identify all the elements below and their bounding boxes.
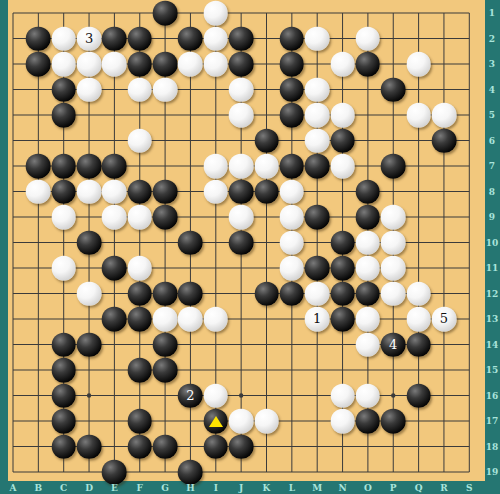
- stone-J8-black: [229, 179, 254, 204]
- stone-O9-black: [356, 205, 381, 230]
- stone-M7-black: [305, 154, 330, 179]
- stone-L5-black: [280, 103, 305, 128]
- stone-K6-black: [254, 128, 279, 153]
- stone-Q13-white: [406, 307, 431, 332]
- stone-I7-white: [204, 154, 229, 179]
- stone-I18-black: [204, 434, 229, 459]
- stone-K7-white: [254, 154, 279, 179]
- stone-P12-white: [381, 281, 406, 306]
- stone-R5-white: [432, 103, 457, 128]
- stone-O11-white: [356, 256, 381, 281]
- stone-C9-white: [51, 205, 76, 230]
- stone-Q14-black: [406, 332, 431, 357]
- stone-O13-white: [356, 307, 381, 332]
- stone-H3-white: [178, 52, 203, 77]
- stone-G12-black: [153, 281, 178, 306]
- stone-R6-black: [432, 128, 457, 153]
- stone-N11-black: [330, 256, 355, 281]
- stone-J9-white: [229, 205, 254, 230]
- stone-K12-black: [254, 281, 279, 306]
- stone-C2-white: [51, 26, 76, 51]
- stone-H12-black: [178, 281, 203, 306]
- stone-N17-white: [330, 409, 355, 434]
- stone-N13-black: [330, 307, 355, 332]
- go-app-screenshot: 12345 ABCDEFGHIJKLMNOPQRS123456789101112…: [0, 0, 500, 494]
- stone-L9-white: [280, 205, 305, 230]
- stone-H10-black: [178, 230, 203, 255]
- stone-H13-white: [178, 307, 203, 332]
- stone-L8-white: [280, 179, 305, 204]
- stone-M13-white: [305, 307, 330, 332]
- stone-F13-black: [127, 307, 152, 332]
- stone-E7-black: [102, 154, 127, 179]
- stone-H19-black: [178, 460, 203, 485]
- stone-Q16-black: [406, 383, 431, 408]
- stone-E13-black: [102, 307, 127, 332]
- stone-C17-black: [51, 409, 76, 434]
- stone-D10-black: [77, 230, 102, 255]
- stone-F3-black: [127, 52, 152, 77]
- stone-D14-black: [77, 332, 102, 357]
- stone-B3-black: [26, 52, 51, 77]
- stone-F18-black: [127, 434, 152, 459]
- stone-G8-black: [153, 179, 178, 204]
- stone-P11-white: [381, 256, 406, 281]
- stone-L12-black: [280, 281, 305, 306]
- stone-O10-white: [356, 230, 381, 255]
- stone-F6-white: [127, 128, 152, 153]
- stone-E19-black: [102, 460, 127, 485]
- stone-M5-white: [305, 103, 330, 128]
- stone-O12-black: [356, 281, 381, 306]
- stone-E3-white: [102, 52, 127, 77]
- stone-I3-white: [204, 52, 229, 77]
- stone-M9-black: [305, 205, 330, 230]
- stone-G13-white: [153, 307, 178, 332]
- stone-L4-black: [280, 77, 305, 102]
- stone-J10-black: [229, 230, 254, 255]
- stone-D18-black: [77, 434, 102, 459]
- stone-F4-white: [127, 77, 152, 102]
- stone-L3-black: [280, 52, 305, 77]
- stone-F11-white: [127, 256, 152, 281]
- go-board[interactable]: 12345: [0, 0, 500, 494]
- stone-F9-white: [127, 205, 152, 230]
- stone-J18-black: [229, 434, 254, 459]
- stone-G15-black: [153, 358, 178, 383]
- stone-G1-black: [153, 1, 178, 26]
- stone-I1-white: [204, 1, 229, 26]
- stone-I8-white: [204, 179, 229, 204]
- stone-D4-white: [77, 77, 102, 102]
- stone-J2-black: [229, 26, 254, 51]
- stone-N10-black: [330, 230, 355, 255]
- stone-E8-white: [102, 179, 127, 204]
- stone-I16-white: [204, 383, 229, 408]
- stone-J3-black: [229, 52, 254, 77]
- stone-I2-white: [204, 26, 229, 51]
- stone-N6-black: [330, 128, 355, 153]
- stone-E9-white: [102, 205, 127, 230]
- stone-N12-black: [330, 281, 355, 306]
- stone-I13-white: [204, 307, 229, 332]
- stone-F2-black: [127, 26, 152, 51]
- stone-N3-white: [330, 52, 355, 77]
- stone-C14-black: [51, 332, 76, 357]
- stone-L7-black: [280, 154, 305, 179]
- stone-C5-black: [51, 103, 76, 128]
- stone-Q3-white: [406, 52, 431, 77]
- stone-O17-black: [356, 409, 381, 434]
- stone-O3-black: [356, 52, 381, 77]
- stone-G4-white: [153, 77, 178, 102]
- stone-J7-white: [229, 154, 254, 179]
- stone-N7-white: [330, 154, 355, 179]
- stone-M6-white: [305, 128, 330, 153]
- stone-L10-white: [280, 230, 305, 255]
- stone-C7-black: [51, 154, 76, 179]
- stone-F8-black: [127, 179, 152, 204]
- stone-L2-black: [280, 26, 305, 51]
- stone-P14-black: [381, 332, 406, 357]
- stone-O8-black: [356, 179, 381, 204]
- stone-M4-white: [305, 77, 330, 102]
- stone-C16-black: [51, 383, 76, 408]
- stone-J5-white: [229, 103, 254, 128]
- stone-G9-black: [153, 205, 178, 230]
- stone-M2-white: [305, 26, 330, 51]
- stone-E2-black: [102, 26, 127, 51]
- stone-N16-white: [330, 383, 355, 408]
- stone-G14-black: [153, 332, 178, 357]
- stone-J4-white: [229, 77, 254, 102]
- stone-G18-black: [153, 434, 178, 459]
- stone-N5-white: [330, 103, 355, 128]
- stone-H2-black: [178, 26, 203, 51]
- stone-C3-white: [51, 52, 76, 77]
- stone-F15-black: [127, 358, 152, 383]
- stone-B7-black: [26, 154, 51, 179]
- stone-Q5-white: [406, 103, 431, 128]
- stone-C15-black: [51, 358, 76, 383]
- stone-C11-white: [51, 256, 76, 281]
- stone-D3-white: [77, 52, 102, 77]
- stone-D12-white: [77, 281, 102, 306]
- stone-H16-black: [178, 383, 203, 408]
- stone-Q12-white: [406, 281, 431, 306]
- stone-P7-black: [381, 154, 406, 179]
- stone-P17-black: [381, 409, 406, 434]
- stone-B2-black: [26, 26, 51, 51]
- stone-F12-black: [127, 281, 152, 306]
- stone-O16-white: [356, 383, 381, 408]
- stone-P4-black: [381, 77, 406, 102]
- stone-I17-black: [204, 409, 229, 434]
- stone-D2-white: [77, 26, 102, 51]
- stone-G3-black: [153, 52, 178, 77]
- stone-C18-black: [51, 434, 76, 459]
- stone-F17-black: [127, 409, 152, 434]
- stone-R13-white: [432, 307, 457, 332]
- stone-M12-white: [305, 281, 330, 306]
- stone-B8-white: [26, 179, 51, 204]
- stone-K17-white: [254, 409, 279, 434]
- stone-K8-black: [254, 179, 279, 204]
- stone-O14-white: [356, 332, 381, 357]
- stone-D7-black: [77, 154, 102, 179]
- stone-D8-white: [77, 179, 102, 204]
- stone-C4-black: [51, 77, 76, 102]
- stone-C8-black: [51, 179, 76, 204]
- stone-P10-white: [381, 230, 406, 255]
- stone-M11-black: [305, 256, 330, 281]
- stone-O2-white: [356, 26, 381, 51]
- stone-L11-white: [280, 256, 305, 281]
- stone-P9-white: [381, 205, 406, 230]
- stone-E11-black: [102, 256, 127, 281]
- stone-J17-white: [229, 409, 254, 434]
